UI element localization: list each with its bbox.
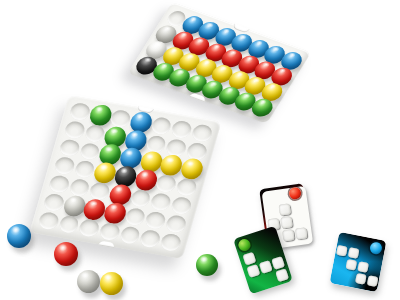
pattern-empty: [267, 244, 281, 258]
pattern-empty: [331, 268, 343, 280]
pattern-empty: [266, 205, 278, 217]
card-color-badge-icon: [288, 187, 302, 201]
loose-marble-blue[interactable]: [7, 224, 31, 248]
loose-marble-green[interactable]: [196, 254, 218, 276]
pattern-square: [271, 256, 285, 270]
pattern-square: [246, 264, 260, 278]
board-notch-bottom: [98, 240, 115, 248]
empty-dimple: [159, 232, 182, 251]
loose-marble-yellow[interactable]: [100, 272, 123, 295]
pattern-square: [282, 229, 294, 241]
pattern-square: [242, 252, 256, 266]
pattern-square: [259, 260, 273, 274]
tray-grid: [134, 8, 305, 118]
pattern-empty: [334, 257, 346, 269]
pattern-square: [348, 247, 360, 259]
pattern-empty: [263, 272, 277, 286]
pattern-square: [295, 227, 307, 239]
board-grid: [36, 101, 215, 253]
pattern-square: [275, 268, 289, 282]
loose-marble-red[interactable]: [54, 242, 78, 266]
pattern-square: [367, 275, 379, 287]
pattern-card-blue[interactable]: [329, 232, 386, 292]
game-photo-scene: [0, 0, 400, 300]
pattern-empty: [293, 214, 305, 226]
pattern-empty: [343, 271, 355, 283]
pattern-square: [336, 245, 348, 257]
pattern-empty: [369, 263, 381, 275]
puzzle-board: [29, 95, 221, 259]
empty-dimple: [191, 123, 214, 142]
pattern-empty: [251, 276, 265, 290]
pattern-square: [357, 261, 369, 273]
empty-dimple: [175, 178, 198, 197]
pattern-square: [345, 259, 357, 271]
marble-tray: [128, 2, 311, 124]
card-pattern: [331, 245, 383, 287]
pattern-square: [355, 273, 367, 285]
board-cell[interactable]: [158, 231, 184, 253]
empty-dimple: [170, 196, 193, 215]
card-pattern: [242, 244, 289, 291]
pattern-square: [279, 203, 291, 215]
loose-marble-gray[interactable]: [77, 270, 100, 293]
pattern-square: [280, 216, 292, 228]
pattern-empty: [371, 252, 383, 264]
pattern-empty: [291, 201, 303, 213]
pattern-empty: [255, 248, 269, 262]
empty-dimple: [165, 214, 188, 233]
pattern-empty: [360, 249, 372, 261]
card-color-badge-icon: [237, 237, 252, 252]
